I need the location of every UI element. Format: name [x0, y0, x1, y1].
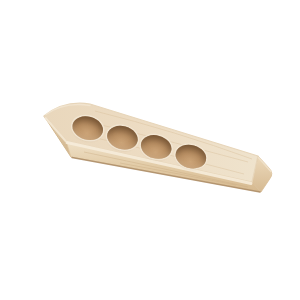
photo-canvas	[0, 0, 300, 300]
